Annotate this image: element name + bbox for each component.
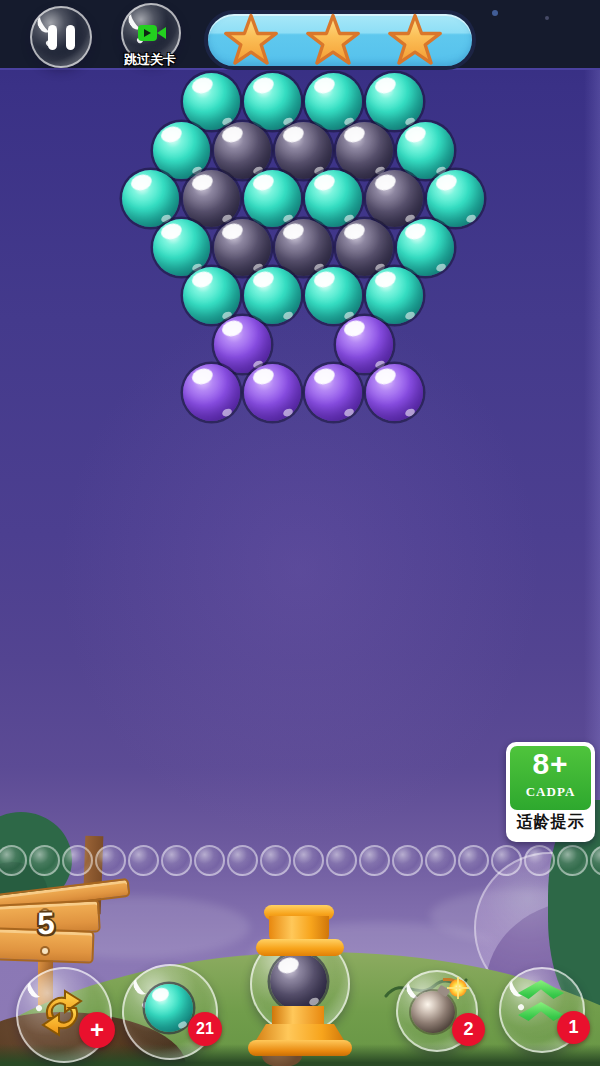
grid-bubble-cyan[interactable] [244, 73, 301, 130]
age-rating-label: 适龄提示 [510, 812, 591, 833]
grid-bubble-cyan[interactable] [122, 170, 179, 227]
star-icon [223, 9, 279, 71]
grid-bubble-cyan[interactable] [244, 267, 301, 324]
grid-bubble-dark[interactable] [275, 219, 332, 276]
age-rating-value: 8+ [510, 746, 591, 782]
sky-glow [60, 300, 540, 840]
grid-bubble-dark[interactable] [275, 122, 332, 179]
chain-bubble [326, 845, 357, 876]
star-progress-bar [204, 10, 476, 70]
grid-bubble-dark[interactable] [336, 122, 393, 179]
grid-bubble-cyan[interactable] [366, 267, 423, 324]
grid-bubble-cyan[interactable] [183, 73, 240, 130]
grid-bubble-cyan[interactable] [397, 122, 454, 179]
skip-level-label: 跳过关卡 [108, 51, 192, 69]
bomb-icon [411, 991, 455, 1033]
star-dot [545, 16, 549, 20]
bubble-chain [0, 845, 600, 876]
game-screen: 5 8+ CADPA 适龄提示 [0, 0, 600, 1066]
chain-bubble [194, 845, 225, 876]
grid-bubble-cyan[interactable] [366, 73, 423, 130]
grid-bubble-cyan[interactable] [305, 170, 362, 227]
chain-bubble [557, 845, 588, 876]
grid-bubble-dark[interactable] [214, 219, 271, 276]
age-rating-org: CADPA [510, 782, 591, 802]
chain-bubble [458, 845, 489, 876]
grid-bubble-cyan[interactable] [244, 170, 301, 227]
grid-bubble-purple[interactable] [214, 316, 271, 373]
grid-bubble-cyan[interactable] [183, 267, 240, 324]
grid-bubble-purple[interactable] [336, 316, 393, 373]
grid-bubble-cyan[interactable] [397, 219, 454, 276]
grid-bubble-cyan[interactable] [305, 73, 362, 130]
level-number: 5 [0, 904, 93, 943]
chain-bubble [260, 845, 291, 876]
grid-bubble-dark[interactable] [183, 170, 240, 227]
chain-bubble [62, 845, 93, 876]
age-rating-green-panel: 8+ CADPA [510, 746, 591, 810]
chain-bubble [359, 845, 390, 876]
chain-bubble [95, 845, 126, 876]
swap-plus-badge: + [79, 1012, 115, 1048]
chain-bubble [29, 845, 60, 876]
pause-button[interactable] [30, 6, 92, 68]
star-dot [492, 10, 498, 16]
grid-bubble-dark[interactable] [214, 122, 271, 179]
bomb-count-badge: 2 [452, 1013, 485, 1046]
sign-nail [42, 948, 48, 954]
chain-bubble [392, 845, 423, 876]
cannon-base-rim [248, 1040, 352, 1056]
grid-bubble-purple[interactable] [244, 364, 301, 421]
grid-bubble-dark[interactable] [366, 170, 423, 227]
pause-icon [32, 8, 90, 66]
bomb-spark [449, 979, 467, 997]
video-camera-icon [138, 23, 166, 43]
chain-bubble [524, 845, 555, 876]
chain-bubble [0, 845, 27, 876]
grid-bubble-cyan[interactable] [153, 219, 210, 276]
ammo-count-badge: 21 [188, 1012, 222, 1046]
grid-bubble-purple[interactable] [366, 364, 423, 421]
chain-bubble [590, 845, 600, 876]
grid-bubble-cyan[interactable] [305, 267, 362, 324]
light-ray [584, 68, 600, 828]
chain-bubble [425, 845, 456, 876]
chain-bubble [227, 845, 258, 876]
boost-count-badge: 1 [557, 1011, 590, 1044]
grid-bubble-cyan[interactable] [153, 122, 210, 179]
star-icon [387, 9, 443, 71]
cannon-band [256, 939, 344, 956]
chain-bubble [491, 845, 522, 876]
grid-bubble-purple[interactable] [305, 364, 362, 421]
star-icon [305, 9, 361, 71]
grid-bubble-dark[interactable] [336, 219, 393, 276]
chain-bubble [293, 845, 324, 876]
grid-bubble-cyan[interactable] [427, 170, 484, 227]
grid-bubble-purple[interactable] [183, 364, 240, 421]
chain-bubble [161, 845, 192, 876]
next-bubble-ammo-icon [145, 984, 193, 1032]
age-rating-badge: 8+ CADPA 适龄提示 [506, 742, 595, 842]
loaded-bubble[interactable] [270, 953, 327, 1010]
chain-bubble [128, 845, 159, 876]
